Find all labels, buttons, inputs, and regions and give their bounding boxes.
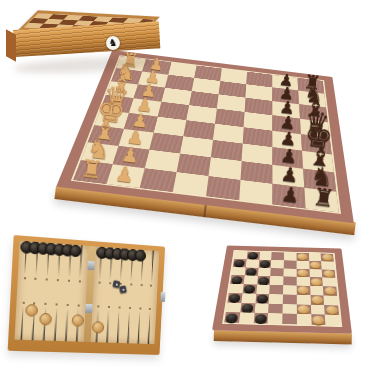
point-dot	[35, 278, 37, 280]
point-dot	[46, 278, 48, 280]
backgammon-checker-natural[interactable]	[72, 314, 85, 327]
checkers-grid	[222, 250, 342, 327]
checkers-square[interactable]	[310, 295, 324, 305]
point-dot	[130, 283, 132, 285]
point-dot	[68, 280, 70, 282]
chess-piece-r[interactable]: ♜	[79, 156, 104, 183]
point-dot	[22, 302, 24, 304]
checkers-square[interactable]	[310, 304, 325, 314]
backgammon-point[interactable]	[134, 304, 145, 343]
point-dot	[78, 304, 80, 306]
checkers-square[interactable]	[324, 305, 339, 315]
backgammon-interior	[15, 241, 160, 344]
point-triangle	[148, 250, 156, 282]
point-dot	[150, 285, 152, 287]
checkers-square[interactable]	[296, 286, 310, 295]
checkers-disc-black[interactable]	[234, 260, 245, 267]
box-shadow	[14, 54, 157, 75]
backgammon-point[interactable]	[17, 298, 29, 339]
checkers-disc-natural[interactable]	[298, 286, 309, 294]
knight-badge: ♞	[106, 36, 120, 50]
backgammon-point[interactable]	[50, 300, 61, 341]
backgammon-view[interactable]	[8, 235, 165, 355]
checkers-disc-natural[interactable]	[311, 278, 322, 285]
chess-square[interactable]	[240, 161, 272, 184]
checkers-square[interactable]	[256, 285, 270, 294]
checkers-square[interactable]	[229, 284, 244, 293]
checkers-square[interactable]	[296, 277, 309, 286]
point-dot	[140, 284, 142, 286]
checkers-square[interactable]	[324, 295, 339, 305]
die-icon[interactable]	[119, 286, 127, 294]
product-photo: ♜♟♟♜♞♟♟♞♝♟♟♝♛♟♟♛♚♟♟♚♝♟♟♝♞♟♟♞♜♟♟♜ ♞	[0, 0, 375, 375]
checkers-disc-black[interactable]	[258, 277, 269, 284]
checkers-square[interactable]	[255, 294, 269, 304]
point-dot	[97, 305, 99, 307]
checkers-square[interactable]	[241, 293, 256, 303]
closed-box-left-side	[6, 29, 16, 61]
point-triangle	[51, 307, 60, 341]
checkers-disc-natural[interactable]	[326, 306, 338, 314]
checkers-square[interactable]	[224, 312, 240, 323]
checkers-square[interactable]	[253, 313, 268, 324]
checkers-square[interactable]	[240, 303, 255, 313]
checkers-square[interactable]	[269, 285, 283, 294]
checkers-square[interactable]	[283, 268, 296, 277]
checkers-square[interactable]	[226, 302, 241, 312]
point-dot	[129, 307, 131, 309]
checkers-square[interactable]	[323, 286, 337, 295]
point-dot	[108, 306, 110, 308]
checkers-disc-black[interactable]	[246, 268, 257, 275]
chess-square[interactable]	[173, 172, 209, 196]
backgammon-point[interactable]	[61, 301, 72, 342]
chess-piece-r[interactable]: ♜	[311, 184, 336, 211]
checkers-square[interactable]	[322, 278, 336, 287]
checkers-disc-natural[interactable]	[324, 287, 335, 295]
backgammon-point[interactable]	[103, 303, 114, 343]
closed-box-view[interactable]: ♞	[0, 0, 172, 88]
checkers-square[interactable]	[322, 269, 336, 278]
checkers-disc-natural[interactable]	[311, 296, 322, 304]
checkers-disc-natural[interactable]	[323, 270, 334, 277]
backgammon-point[interactable]	[147, 250, 157, 289]
bg-half-left	[15, 241, 89, 342]
checkers-square[interactable]	[242, 284, 256, 293]
checkers-square[interactable]	[227, 293, 242, 303]
point-triangle	[135, 311, 143, 343]
checkers-square[interactable]	[309, 277, 323, 286]
checkers-disc-natural[interactable]	[298, 254, 308, 260]
point-triangle	[114, 310, 122, 343]
backgammon-checker-black[interactable]	[134, 249, 146, 262]
checkers-disc-natural[interactable]	[322, 254, 332, 260]
checkers-square[interactable]	[283, 294, 297, 304]
checkers-square[interactable]	[283, 285, 297, 294]
point-dot	[67, 304, 69, 306]
checkers-square[interactable]	[309, 269, 322, 278]
chess-square[interactable]	[140, 168, 177, 192]
checkers-square[interactable]	[311, 314, 326, 325]
point-dot	[56, 303, 58, 305]
chess-square[interactable]	[206, 176, 240, 200]
checkers-square[interactable]	[257, 268, 270, 277]
chess-square[interactable]	[239, 180, 272, 204]
checkers-square[interactable]	[244, 267, 258, 276]
chess-piece-p[interactable]: ♟	[280, 184, 301, 207]
fold-seam	[203, 204, 207, 217]
checkers-square[interactable]	[270, 276, 283, 285]
checkers-square[interactable]	[254, 303, 269, 313]
checkers-disc-black[interactable]	[244, 285, 255, 293]
checkers-square[interactable]	[297, 304, 311, 314]
chess-piece-p[interactable]: ♟	[114, 164, 135, 187]
checkers-disc-black[interactable]	[229, 294, 241, 302]
checkers-square[interactable]	[325, 315, 340, 326]
backgammon-point[interactable]	[124, 304, 135, 344]
checkers-disc-natural[interactable]	[298, 269, 308, 276]
checkers-square[interactable]	[310, 286, 324, 295]
point-dot	[139, 307, 141, 309]
point-dot	[118, 306, 120, 308]
point-dot	[149, 308, 151, 310]
checkers-square[interactable]	[230, 275, 244, 284]
checkers-disc-natural[interactable]	[298, 305, 309, 313]
chess-square[interactable]: ♟	[272, 184, 305, 209]
bg-half-right	[90, 246, 159, 344]
checkers-square[interactable]	[282, 304, 296, 314]
backgammon-point[interactable]	[144, 305, 154, 344]
checkers-view[interactable]	[212, 245, 352, 333]
checkers-disc-black[interactable]	[226, 313, 239, 322]
checkers-square[interactable]	[243, 276, 257, 285]
point-triangle	[104, 310, 112, 343]
point-triangle	[125, 311, 133, 344]
checkers-square[interactable]	[231, 267, 245, 276]
point-dot	[57, 279, 59, 281]
checkers-disc-natural[interactable]	[310, 262, 320, 269]
checkers-disc-black[interactable]	[232, 276, 243, 283]
checkers-square[interactable]	[270, 268, 283, 277]
checkers-disc-natural[interactable]	[312, 315, 324, 324]
checkers-square[interactable]	[296, 269, 309, 278]
point-triangle	[145, 312, 153, 344]
clasp-icon	[160, 292, 165, 302]
checkers-square[interactable]	[269, 294, 283, 304]
checkers-square[interactable]	[282, 314, 296, 325]
backgammon-point[interactable]	[113, 303, 124, 343]
point-triangle	[62, 308, 71, 342]
checkers-disc-black[interactable]	[257, 295, 269, 303]
checkers-square[interactable]	[257, 276, 271, 285]
checkers-disc-black[interactable]	[255, 314, 267, 323]
checkers-square[interactable]	[268, 313, 283, 324]
checkers-square[interactable]	[283, 277, 296, 286]
backgammon-checker-natural[interactable]	[92, 321, 104, 333]
point-dot	[99, 282, 101, 284]
checkers-disc-black[interactable]	[242, 304, 254, 312]
checkers-square[interactable]	[239, 313, 254, 324]
checkers-square[interactable]	[297, 295, 311, 305]
point-dot	[23, 277, 25, 279]
checkers-square[interactable]	[268, 303, 282, 313]
chess-square[interactable]: ♟	[106, 164, 144, 188]
checkers-disc-black[interactable]	[260, 260, 271, 267]
point-dot	[45, 303, 47, 305]
point-dot	[109, 282, 111, 284]
knight-icon: ♞	[109, 38, 118, 48]
chess-square[interactable]: ♜	[304, 188, 338, 213]
checkers-disc-black[interactable]	[248, 252, 259, 258]
chess-square[interactable]	[180, 136, 213, 157]
point-dot	[79, 280, 81, 282]
checkers-square[interactable]	[297, 314, 312, 325]
